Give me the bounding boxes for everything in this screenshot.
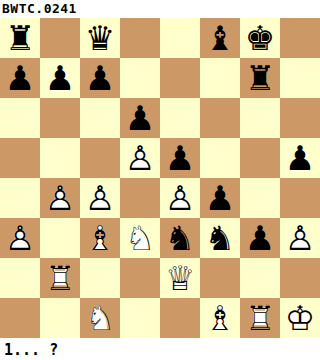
piece-black-pawn: ♟ bbox=[0, 58, 40, 98]
square-a3[interactable]: ♟♙ bbox=[0, 218, 40, 258]
square-c2[interactable] bbox=[80, 258, 120, 298]
square-c1[interactable]: ♞♘ bbox=[80, 298, 120, 338]
square-g3[interactable]: ♟ bbox=[240, 218, 280, 258]
piece-black-knight: ♞ bbox=[160, 218, 200, 258]
square-b1[interactable] bbox=[40, 298, 80, 338]
piece-white-pawn: ♙ bbox=[280, 218, 320, 258]
square-c8[interactable]: ♛ bbox=[80, 18, 120, 58]
chess-board: ♜♛♝♚♟♟♟♜♟♟♙♟♟♟♙♟♙♟♙♟♟♙♝♗♞♘♞♞♟♟♙♜♖♛♕♞♘♝♗♜… bbox=[0, 18, 320, 338]
square-f3[interactable]: ♞ bbox=[200, 218, 240, 258]
piece-white-pawn-fill: ♟ bbox=[160, 178, 200, 218]
square-h2[interactable] bbox=[280, 258, 320, 298]
square-f5[interactable] bbox=[200, 138, 240, 178]
piece-black-rook: ♜ bbox=[240, 58, 280, 98]
piece-black-pawn: ♟ bbox=[280, 138, 320, 178]
piece-white-queen-fill: ♛ bbox=[160, 258, 200, 298]
square-d3[interactable]: ♞♘ bbox=[120, 218, 160, 258]
square-a6[interactable] bbox=[0, 98, 40, 138]
square-e6[interactable] bbox=[160, 98, 200, 138]
square-g4[interactable] bbox=[240, 178, 280, 218]
piece-white-king: ♔ bbox=[280, 298, 320, 338]
square-d4[interactable] bbox=[120, 178, 160, 218]
square-f8[interactable]: ♝ bbox=[200, 18, 240, 58]
piece-white-bishop-fill: ♝ bbox=[200, 298, 240, 338]
piece-white-pawn-fill: ♟ bbox=[120, 138, 160, 178]
piece-black-pawn: ♟ bbox=[240, 218, 280, 258]
square-a2[interactable] bbox=[0, 258, 40, 298]
square-e1[interactable] bbox=[160, 298, 200, 338]
piece-black-pawn: ♟ bbox=[40, 58, 80, 98]
square-d1[interactable] bbox=[120, 298, 160, 338]
piece-black-bishop: ♝ bbox=[200, 18, 240, 58]
square-b2[interactable]: ♜♖ bbox=[40, 258, 80, 298]
move-prompt: 1... ? bbox=[0, 338, 320, 360]
piece-white-rook: ♖ bbox=[40, 258, 80, 298]
piece-black-pawn: ♟ bbox=[120, 98, 160, 138]
piece-white-pawn: ♙ bbox=[120, 138, 160, 178]
piece-white-king-fill: ♚ bbox=[280, 298, 320, 338]
piece-white-pawn-fill: ♟ bbox=[0, 218, 40, 258]
square-a8[interactable]: ♜ bbox=[0, 18, 40, 58]
square-b7[interactable]: ♟ bbox=[40, 58, 80, 98]
piece-white-queen: ♕ bbox=[160, 258, 200, 298]
square-e5[interactable]: ♟ bbox=[160, 138, 200, 178]
square-g1[interactable]: ♜♖ bbox=[240, 298, 280, 338]
square-g8[interactable]: ♚ bbox=[240, 18, 280, 58]
square-a4[interactable] bbox=[0, 178, 40, 218]
square-e7[interactable] bbox=[160, 58, 200, 98]
square-b5[interactable] bbox=[40, 138, 80, 178]
square-e2[interactable]: ♛♕ bbox=[160, 258, 200, 298]
square-b8[interactable] bbox=[40, 18, 80, 58]
piece-white-knight-fill: ♞ bbox=[120, 218, 160, 258]
piece-black-pawn: ♟ bbox=[160, 138, 200, 178]
square-a1[interactable] bbox=[0, 298, 40, 338]
square-e4[interactable]: ♟♙ bbox=[160, 178, 200, 218]
piece-white-pawn-fill: ♟ bbox=[80, 178, 120, 218]
square-b3[interactable] bbox=[40, 218, 80, 258]
piece-black-rook: ♜ bbox=[0, 18, 40, 58]
square-h6[interactable] bbox=[280, 98, 320, 138]
piece-white-rook-fill: ♜ bbox=[240, 298, 280, 338]
square-c5[interactable] bbox=[80, 138, 120, 178]
square-f4[interactable]: ♟ bbox=[200, 178, 240, 218]
square-h8[interactable] bbox=[280, 18, 320, 58]
square-c3[interactable]: ♝♗ bbox=[80, 218, 120, 258]
piece-black-queen: ♛ bbox=[80, 18, 120, 58]
piece-white-knight-fill: ♞ bbox=[80, 298, 120, 338]
piece-black-king: ♚ bbox=[240, 18, 280, 58]
piece-white-pawn: ♙ bbox=[0, 218, 40, 258]
piece-black-knight: ♞ bbox=[200, 218, 240, 258]
square-h1[interactable]: ♚♔ bbox=[280, 298, 320, 338]
piece-white-bishop: ♗ bbox=[200, 298, 240, 338]
square-f1[interactable]: ♝♗ bbox=[200, 298, 240, 338]
square-b6[interactable] bbox=[40, 98, 80, 138]
square-h7[interactable] bbox=[280, 58, 320, 98]
square-a5[interactable] bbox=[0, 138, 40, 178]
square-f2[interactable] bbox=[200, 258, 240, 298]
screenshot-root: { "game": "chess", "title": "BWTC.0241",… bbox=[0, 0, 320, 360]
piece-white-pawn: ♙ bbox=[80, 178, 120, 218]
puzzle-title: BWTC.0241 bbox=[0, 0, 320, 18]
square-d7[interactable] bbox=[120, 58, 160, 98]
piece-black-pawn: ♟ bbox=[200, 178, 240, 218]
piece-white-knight: ♘ bbox=[80, 298, 120, 338]
piece-white-rook: ♖ bbox=[240, 298, 280, 338]
square-h3[interactable]: ♟♙ bbox=[280, 218, 320, 258]
square-e3[interactable]: ♞ bbox=[160, 218, 200, 258]
square-f7[interactable] bbox=[200, 58, 240, 98]
piece-white-rook-fill: ♜ bbox=[40, 258, 80, 298]
piece-white-pawn-fill: ♟ bbox=[280, 218, 320, 258]
piece-white-pawn: ♙ bbox=[40, 178, 80, 218]
square-e8[interactable] bbox=[160, 18, 200, 58]
square-d2[interactable] bbox=[120, 258, 160, 298]
square-h5[interactable]: ♟ bbox=[280, 138, 320, 178]
piece-white-pawn: ♙ bbox=[160, 178, 200, 218]
square-g6[interactable] bbox=[240, 98, 280, 138]
square-c6[interactable] bbox=[80, 98, 120, 138]
square-d5[interactable]: ♟♙ bbox=[120, 138, 160, 178]
piece-white-bishop: ♗ bbox=[80, 218, 120, 258]
piece-black-pawn: ♟ bbox=[80, 58, 120, 98]
square-a7[interactable]: ♟ bbox=[0, 58, 40, 98]
piece-white-bishop-fill: ♝ bbox=[80, 218, 120, 258]
square-c7[interactable]: ♟ bbox=[80, 58, 120, 98]
square-d6[interactable]: ♟ bbox=[120, 98, 160, 138]
square-c4[interactable]: ♟♙ bbox=[80, 178, 120, 218]
piece-white-knight: ♘ bbox=[120, 218, 160, 258]
square-g2[interactable] bbox=[240, 258, 280, 298]
piece-white-pawn-fill: ♟ bbox=[40, 178, 80, 218]
square-h4[interactable] bbox=[280, 178, 320, 218]
square-g7[interactable]: ♜ bbox=[240, 58, 280, 98]
square-g5[interactable] bbox=[240, 138, 280, 178]
square-f6[interactable] bbox=[200, 98, 240, 138]
square-b4[interactable]: ♟♙ bbox=[40, 178, 80, 218]
square-d8[interactable] bbox=[120, 18, 160, 58]
